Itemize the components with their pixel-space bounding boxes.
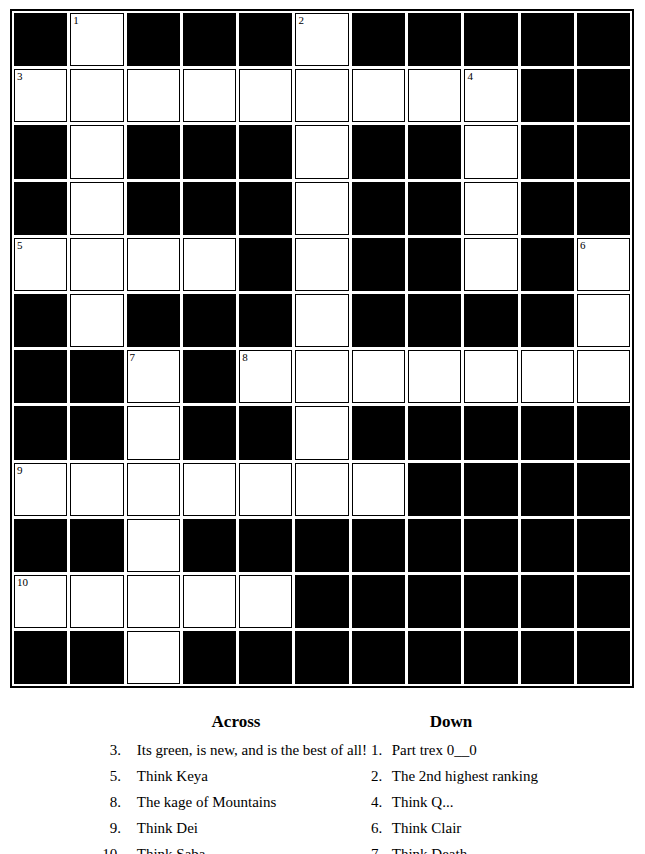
- grid-cell-r6c8: [408, 294, 461, 347]
- grid-cell-r1c1: [14, 13, 67, 66]
- grid-cell-r3c6[interactable]: [295, 125, 348, 178]
- clue-item-5: 5. Think Keya: [96, 763, 376, 789]
- clue-text: Think Dei: [133, 815, 198, 841]
- grid-cell-r9c1[interactable]: 9: [14, 463, 67, 516]
- grid-cell-r10c6: [295, 519, 348, 572]
- across-list: 3. Its green, is new, and is the best of…: [96, 737, 376, 854]
- grid-cell-r8c3[interactable]: [127, 406, 180, 459]
- grid-cell-r5c5: [239, 238, 292, 291]
- grid-cell-r8c1: [14, 406, 67, 459]
- grid-cell-r10c3[interactable]: [127, 519, 180, 572]
- grid-cell-r6c5: [239, 294, 292, 347]
- grid-cell-r4c1: [14, 182, 67, 235]
- grid-cell-r1c2[interactable]: 1: [70, 13, 123, 66]
- cell-number-1: 1: [73, 14, 79, 26]
- grid-cell-r6c9: [464, 294, 517, 347]
- cell-number-4: 4: [467, 70, 473, 82]
- grid-cell-r8c5: [239, 406, 292, 459]
- grid-cell-r6c11[interactable]: [577, 294, 630, 347]
- grid-cell-r2c6[interactable]: [295, 69, 348, 122]
- grid-cell-r2c8[interactable]: [408, 69, 461, 122]
- grid-cell-r3c2[interactable]: [70, 125, 123, 178]
- grid-cell-r6c4: [183, 294, 236, 347]
- grid-cell-r3c11: [577, 125, 630, 178]
- grid-cell-r9c7[interactable]: [352, 463, 405, 516]
- grid-cell-r7c1: [14, 350, 67, 403]
- grid-cell-r12c4: [183, 631, 236, 684]
- grid-cell-r10c9: [464, 519, 517, 572]
- grid-cell-r12c3[interactable]: [127, 631, 180, 684]
- grid-cell-r3c7: [352, 125, 405, 178]
- grid-cell-r9c11: [577, 463, 630, 516]
- cell-number-5: 5: [17, 239, 23, 251]
- grid-cell-r1c10: [521, 13, 574, 66]
- grid-cell-r12c6: [295, 631, 348, 684]
- grid-cell-r2c9[interactable]: 4: [464, 69, 517, 122]
- clue-text: Think Death: [388, 841, 467, 854]
- grid-cell-r8c8: [408, 406, 461, 459]
- grid-cell-r11c7: [352, 575, 405, 628]
- grid-cell-r11c11: [577, 575, 630, 628]
- grid-cell-r4c5: [239, 182, 292, 235]
- clue-number: 4.: [371, 789, 388, 815]
- crossword-board: 12345678910: [10, 9, 634, 688]
- grid-cell-r1c9: [464, 13, 517, 66]
- grid-cell-r1c4: [183, 13, 236, 66]
- grid-cell-r12c7: [352, 631, 405, 684]
- grid-cell-r4c2[interactable]: [70, 182, 123, 235]
- clue-item-3: 3. Its green, is new, and is the best of…: [96, 737, 376, 763]
- clue-text: Think Saba...: [133, 841, 217, 854]
- grid-cell-r11c5[interactable]: [239, 575, 292, 628]
- grid-cell-r7c4: [183, 350, 236, 403]
- clue-number: 7.: [371, 841, 388, 854]
- clue-number: 6.: [371, 815, 388, 841]
- grid-cell-r1c6[interactable]: 2: [295, 13, 348, 66]
- grid-cell-r2c1[interactable]: 3: [14, 69, 67, 122]
- grid-cell-r11c9: [464, 575, 517, 628]
- grid-cell-r7c10[interactable]: [521, 350, 574, 403]
- grid-cell-r12c10: [521, 631, 574, 684]
- grid-cell-r4c8: [408, 182, 461, 235]
- grid-cell-r3c9[interactable]: [464, 125, 517, 178]
- grid-cell-r2c2[interactable]: [70, 69, 123, 122]
- grid-cell-r8c7: [352, 406, 405, 459]
- across-header: Across: [96, 711, 376, 732]
- grid-cell-r10c1: [14, 519, 67, 572]
- grid-cell-r4c7: [352, 182, 405, 235]
- grid-cell-r11c1[interactable]: 10: [14, 575, 67, 628]
- grid-cell-r5c9[interactable]: [464, 238, 517, 291]
- grid-cell-r9c2[interactable]: [70, 463, 123, 516]
- grid-cell-r10c7: [352, 519, 405, 572]
- across-clues: Across 3. Its green, is new, and is the …: [96, 703, 376, 854]
- grid-cell-r2c5[interactable]: [239, 69, 292, 122]
- grid-cell-r1c11: [577, 13, 630, 66]
- grid-cell-r1c5: [239, 13, 292, 66]
- grid-cell-r6c1: [14, 294, 67, 347]
- grid-cell-r9c9: [464, 463, 517, 516]
- grid-cell-r6c3: [127, 294, 180, 347]
- grid-cell-r7c11[interactable]: [577, 350, 630, 403]
- grid-cell-r10c10: [521, 519, 574, 572]
- grid-cell-r8c2: [70, 406, 123, 459]
- grid-cell-r7c7[interactable]: [352, 350, 405, 403]
- grid-cell-r7c5[interactable]: 8: [239, 350, 292, 403]
- down-list: 1. Part trex 0__02. The 2nd highest rank…: [371, 737, 531, 854]
- clue-item-7: 7. Think Death: [371, 841, 531, 854]
- grid-cell-r1c8: [408, 13, 461, 66]
- cell-number-8: 8: [242, 351, 248, 363]
- grid-cell-r8c10: [521, 406, 574, 459]
- grid-cell-r10c5: [239, 519, 292, 572]
- grid-cell-r11c4[interactable]: [183, 575, 236, 628]
- clue-number: 2.: [371, 763, 388, 789]
- grid-cell-r11c10: [521, 575, 574, 628]
- cell-number-9: 9: [17, 464, 23, 476]
- cell-number-6: 6: [580, 239, 586, 251]
- clue-text: The kage of Mountains: [133, 789, 276, 815]
- grid-cell-r2c4[interactable]: [183, 69, 236, 122]
- grid-cell-r4c3: [127, 182, 180, 235]
- grid-cell-r3c1: [14, 125, 67, 178]
- clues-section: Across 3. Its green, is new, and is the …: [0, 703, 645, 854]
- grid-cell-r11c6: [295, 575, 348, 628]
- clue-number: 5.: [96, 763, 121, 789]
- grid-cell-r9c8: [408, 463, 461, 516]
- grid-cell-r7c9[interactable]: [464, 350, 517, 403]
- grid-cell-r3c4: [183, 125, 236, 178]
- cell-number-3: 3: [17, 70, 23, 82]
- grid-cell-r6c6[interactable]: [295, 294, 348, 347]
- grid-cell-r8c11: [577, 406, 630, 459]
- grid-cell-r12c2: [70, 631, 123, 684]
- clue-item-2: 2. The 2nd highest ranking: [371, 763, 531, 789]
- grid-cell-r5c10: [521, 238, 574, 291]
- grid-cell-r1c3: [127, 13, 180, 66]
- clue-text: The 2nd highest ranking: [388, 763, 538, 789]
- grid-cell-r3c3: [127, 125, 180, 178]
- grid-cell-r1c7: [352, 13, 405, 66]
- grid-cell-r7c8[interactable]: [408, 350, 461, 403]
- grid-cell-r4c9[interactable]: [464, 182, 517, 235]
- grid-cell-r12c9: [464, 631, 517, 684]
- grid-cell-r7c3[interactable]: 7: [127, 350, 180, 403]
- grid-cell-r5c8: [408, 238, 461, 291]
- clue-item-10: 10. Think Saba...: [96, 841, 376, 854]
- grid-cell-r6c10: [521, 294, 574, 347]
- clue-number: 10.: [96, 841, 121, 854]
- clue-text: Think Q...: [388, 789, 453, 815]
- grid-cell-r5c3[interactable]: [127, 238, 180, 291]
- grid-cell-r2c10: [521, 69, 574, 122]
- grid-cell-r5c1[interactable]: 5: [14, 238, 67, 291]
- grid-cell-r12c5: [239, 631, 292, 684]
- grid-cell-r9c3[interactable]: [127, 463, 180, 516]
- grid-cell-r9c6[interactable]: [295, 463, 348, 516]
- clue-text: Think Keya: [133, 763, 208, 789]
- clue-number: 3.: [96, 737, 121, 763]
- grid-cell-r10c2: [70, 519, 123, 572]
- cell-number-2: 2: [298, 14, 304, 26]
- grid-cell-r5c6[interactable]: [295, 238, 348, 291]
- grid-cell-r11c2[interactable]: [70, 575, 123, 628]
- grid-cell-r3c8: [408, 125, 461, 178]
- down-header: Down: [371, 711, 531, 732]
- grid-cell-r5c11[interactable]: 6: [577, 238, 630, 291]
- clue-item-6: 6. Think Clair: [371, 815, 531, 841]
- grid-cell-r7c2: [70, 350, 123, 403]
- grid-cell-r10c4: [183, 519, 236, 572]
- grid-cell-r6c2[interactable]: [70, 294, 123, 347]
- grid-cell-r11c8: [408, 575, 461, 628]
- grid-cell-r10c11: [577, 519, 630, 572]
- grid-cell-r2c3[interactable]: [127, 69, 180, 122]
- grid-cell-r9c4[interactable]: [183, 463, 236, 516]
- grid-cell-r8c6[interactable]: [295, 406, 348, 459]
- clue-item-8: 8. The kage of Mountains: [96, 789, 376, 815]
- grid-cell-r4c4: [183, 182, 236, 235]
- grid-cell-r5c4[interactable]: [183, 238, 236, 291]
- grid-cell-r4c6[interactable]: [295, 182, 348, 235]
- clue-text: Its green, is new, and is the best of al…: [133, 737, 367, 763]
- down-clues: Down 1. Part trex 0__02. The 2nd highest…: [371, 703, 531, 854]
- clue-number: 1.: [371, 737, 388, 763]
- grid-cell-r9c10: [521, 463, 574, 516]
- grid-cell-r5c2[interactable]: [70, 238, 123, 291]
- grid-cell-r8c9: [464, 406, 517, 459]
- grid-cell-r4c10: [521, 182, 574, 235]
- grid-cell-r7c6[interactable]: [295, 350, 348, 403]
- grid-cell-r12c11: [577, 631, 630, 684]
- clue-item-1: 1. Part trex 0__0: [371, 737, 531, 763]
- grid-cell-r2c7[interactable]: [352, 69, 405, 122]
- cell-number-10: 10: [17, 576, 28, 588]
- grid-cell-r4c11: [577, 182, 630, 235]
- grid-cell-r10c8: [408, 519, 461, 572]
- grid-cell-r6c7: [352, 294, 405, 347]
- grid-cell-r9c5[interactable]: [239, 463, 292, 516]
- grid-cell-r8c4: [183, 406, 236, 459]
- grid-cell-r3c5: [239, 125, 292, 178]
- clue-number: 8.: [96, 789, 121, 815]
- clue-item-4: 4. Think Q...: [371, 789, 531, 815]
- grid-cell-r12c1: [14, 631, 67, 684]
- clue-text: Think Clair: [388, 815, 461, 841]
- clue-text: Part trex 0__0: [388, 737, 477, 763]
- grid-cell-r3c10: [521, 125, 574, 178]
- grid-cell-r2c11: [577, 69, 630, 122]
- grid-cell-r11c3[interactable]: [127, 575, 180, 628]
- grid-cell-r5c7: [352, 238, 405, 291]
- clue-number: 9.: [96, 815, 121, 841]
- clue-item-9: 9. Think Dei: [96, 815, 376, 841]
- cell-number-7: 7: [130, 351, 136, 363]
- grid-cell-r12c8: [408, 631, 461, 684]
